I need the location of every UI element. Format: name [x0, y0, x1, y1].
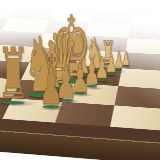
pawn-glyph: ♟	[39, 67, 63, 107]
rook-glyph: ♜	[0, 48, 29, 101]
pieces-layer: ♜♞♝♛♚♝♞♜♟♟♟♟♟♟♟♟	[0, 0, 160, 160]
piece-pawn-a: ♟	[28, 67, 75, 108]
chess-set-photo: ♜♞♝♛♚♝♞♜♟♟♟♟♟♟♟♟	[0, 0, 160, 160]
